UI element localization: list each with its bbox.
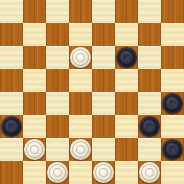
square-6-6 — [138, 138, 161, 161]
square-3-3 — [69, 69, 92, 92]
square-5-2[interactable] — [46, 115, 69, 138]
square-3-0[interactable] — [0, 69, 23, 92]
square-7-6[interactable] — [138, 161, 161, 184]
white-man[interactable] — [139, 162, 160, 183]
square-6-5[interactable] — [115, 138, 138, 161]
square-0-5[interactable] — [115, 0, 138, 23]
square-0-6 — [138, 0, 161, 23]
square-3-4[interactable] — [92, 69, 115, 92]
square-7-7 — [161, 161, 184, 184]
square-0-7[interactable] — [161, 0, 184, 23]
square-7-5 — [115, 161, 138, 184]
square-3-7 — [161, 69, 184, 92]
square-7-4[interactable] — [92, 161, 115, 184]
square-6-0 — [0, 138, 23, 161]
square-3-5 — [115, 69, 138, 92]
square-6-4 — [92, 138, 115, 161]
square-3-6[interactable] — [138, 69, 161, 92]
square-2-3[interactable] — [69, 46, 92, 69]
square-5-5 — [115, 115, 138, 138]
square-4-2 — [46, 92, 69, 115]
square-2-1[interactable] — [23, 46, 46, 69]
square-1-6[interactable] — [138, 23, 161, 46]
square-2-6 — [138, 46, 161, 69]
square-4-7[interactable] — [161, 92, 184, 115]
white-man[interactable] — [93, 162, 114, 183]
square-2-0 — [0, 46, 23, 69]
square-4-1[interactable] — [23, 92, 46, 115]
white-man[interactable] — [47, 162, 68, 183]
square-1-3 — [69, 23, 92, 46]
square-5-7 — [161, 115, 184, 138]
square-4-3[interactable] — [69, 92, 92, 115]
black-man[interactable] — [162, 93, 183, 114]
square-4-4 — [92, 92, 115, 115]
square-0-3[interactable] — [69, 0, 92, 23]
square-1-2[interactable] — [46, 23, 69, 46]
square-1-5 — [115, 23, 138, 46]
white-man[interactable] — [70, 139, 91, 160]
square-1-1 — [23, 23, 46, 46]
square-6-7[interactable] — [161, 138, 184, 161]
square-0-4 — [92, 0, 115, 23]
square-1-4[interactable] — [92, 23, 115, 46]
black-man[interactable] — [162, 139, 183, 160]
square-7-1 — [23, 161, 46, 184]
square-3-2[interactable] — [46, 69, 69, 92]
square-2-4 — [92, 46, 115, 69]
square-1-0[interactable] — [0, 23, 23, 46]
square-7-0[interactable] — [0, 161, 23, 184]
square-6-3[interactable] — [69, 138, 92, 161]
black-man[interactable] — [139, 116, 160, 137]
square-5-0[interactable] — [0, 115, 23, 138]
square-3-1 — [23, 69, 46, 92]
square-7-3 — [69, 161, 92, 184]
square-2-2 — [46, 46, 69, 69]
square-5-4[interactable] — [92, 115, 115, 138]
square-4-0 — [0, 92, 23, 115]
square-1-7 — [161, 23, 184, 46]
square-5-6[interactable] — [138, 115, 161, 138]
square-2-7[interactable] — [161, 46, 184, 69]
black-man[interactable] — [116, 47, 137, 68]
square-7-2[interactable] — [46, 161, 69, 184]
square-4-5[interactable] — [115, 92, 138, 115]
square-6-2 — [46, 138, 69, 161]
white-man[interactable] — [24, 139, 45, 160]
square-0-0 — [0, 0, 23, 23]
square-2-5[interactable] — [115, 46, 138, 69]
square-6-1[interactable] — [23, 138, 46, 161]
square-5-3 — [69, 115, 92, 138]
checkers-board — [0, 0, 184, 184]
square-0-1[interactable] — [23, 0, 46, 23]
black-man[interactable] — [1, 116, 22, 137]
square-5-1 — [23, 115, 46, 138]
square-0-2 — [46, 0, 69, 23]
white-man[interactable] — [70, 47, 91, 68]
square-4-6 — [138, 92, 161, 115]
